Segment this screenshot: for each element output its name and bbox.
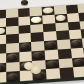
white-checker — [43, 7, 53, 14]
white-checker — [0, 27, 5, 34]
square-r5c7 — [83, 47, 84, 57]
photo-scene — [0, 0, 84, 84]
black-checker — [7, 53, 18, 61]
black-checker — [0, 64, 5, 72]
white-checker — [55, 15, 66, 22]
square-r3c7 — [81, 29, 84, 39]
off-board-black-checker — [21, 0, 28, 5]
black-checker — [7, 73, 18, 81]
black-checker — [33, 52, 44, 60]
square-r4c7 — [82, 38, 84, 48]
square-r7c4 — [46, 68, 60, 79]
off-board-white-checker — [31, 66, 41, 74]
black-checker — [73, 58, 84, 66]
square-r7c5 — [59, 68, 73, 79]
black-checker — [20, 43, 31, 50]
black-checker — [71, 40, 82, 47]
square-r2c7 — [80, 20, 84, 29]
square-r1c7 — [79, 12, 84, 21]
white-checker — [31, 16, 41, 23]
black-checker — [45, 41, 56, 48]
square-r7c1 — [6, 71, 20, 82]
checkers-board — [0, 3, 84, 84]
black-checker — [46, 60, 57, 68]
square-r7c6 — [73, 67, 84, 78]
